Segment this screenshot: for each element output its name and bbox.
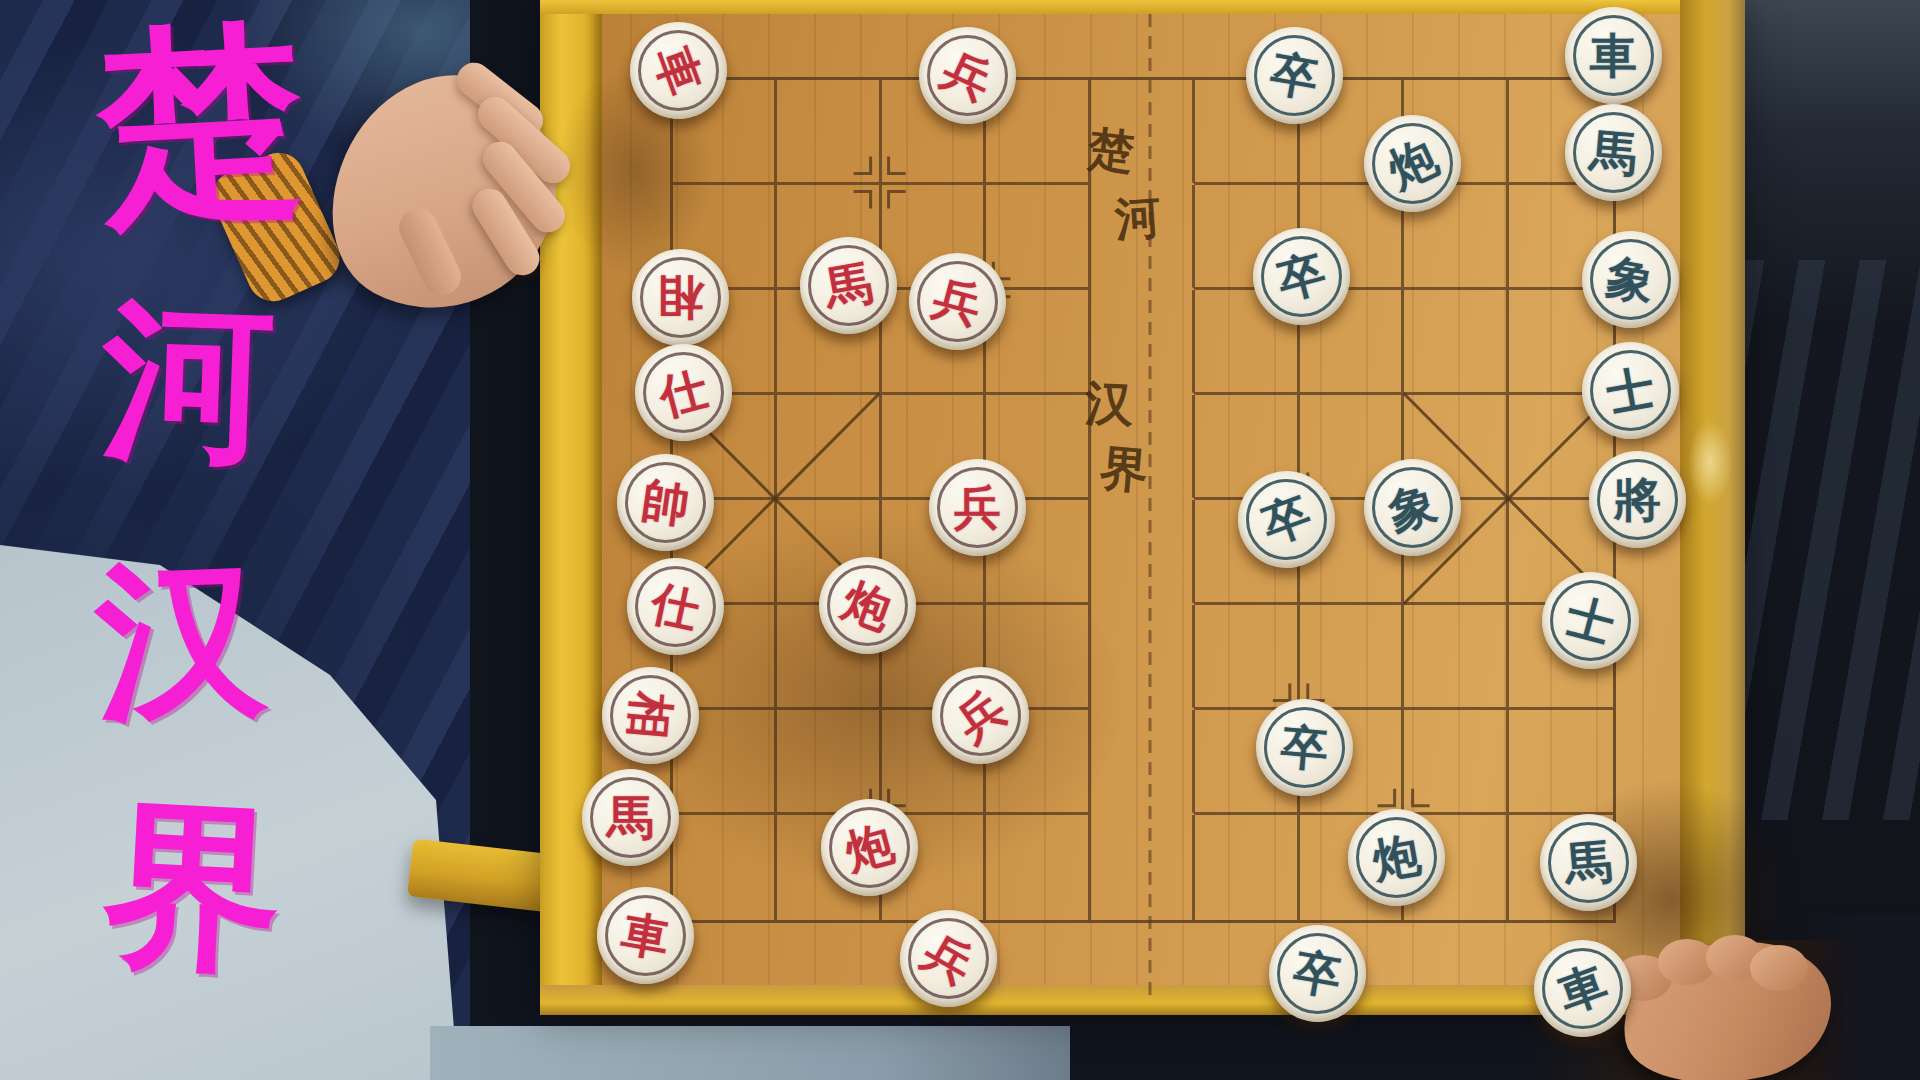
piece-red-soldier[interactable]: 兵 bbox=[919, 27, 1016, 124]
piece-black-advisor[interactable]: 士 bbox=[1582, 342, 1679, 439]
piece-black-horse[interactable]: 馬 bbox=[1565, 104, 1662, 201]
piece-black-horse[interactable]: 馬 bbox=[1540, 814, 1637, 911]
board-cell bbox=[1091, 710, 1195, 815]
hand-knuckle bbox=[1750, 945, 1808, 991]
left-player-hand bbox=[330, 5, 660, 335]
piece-red-advisor[interactable]: 仕 bbox=[627, 558, 724, 655]
piece-black-soldier[interactable]: 卒 bbox=[1253, 228, 1350, 325]
clothing-fold bbox=[1738, 260, 1920, 820]
piece-red-elephant[interactable]: 相 bbox=[602, 667, 699, 764]
watermark-char: 河 bbox=[98, 265, 278, 503]
piece-glyph: 象 bbox=[1574, 224, 1686, 336]
board-worn-spot bbox=[1688, 420, 1732, 505]
watermark-char: 楚 bbox=[91, 0, 310, 269]
board-cell bbox=[1195, 815, 1299, 920]
piece-glyph: 車 bbox=[1565, 7, 1662, 104]
piece-glyph: 卒 bbox=[1239, 19, 1351, 131]
piece-glyph: 馬 bbox=[1561, 100, 1666, 205]
piece-red-general[interactable]: 帥 bbox=[617, 454, 714, 551]
piece-glyph: 相 bbox=[632, 249, 729, 346]
piece-glyph: 相 bbox=[597, 663, 702, 768]
piece-glyph: 卒 bbox=[1262, 917, 1374, 1029]
board-cell bbox=[986, 815, 1090, 920]
piece-red-soldier[interactable]: 兵 bbox=[909, 253, 1006, 350]
piece-black-cannon[interactable]: 炮 bbox=[1364, 115, 1461, 212]
piece-red-elephant[interactable]: 相 bbox=[632, 249, 729, 346]
piece-red-soldier[interactable]: 兵 bbox=[929, 459, 1026, 556]
piece-black-cannon[interactable]: 炮 bbox=[1348, 809, 1445, 906]
piece-red-chariot[interactable]: 車 bbox=[597, 887, 694, 984]
board-cell bbox=[1404, 605, 1508, 710]
river-char: 界 bbox=[1097, 436, 1150, 504]
board-cell bbox=[1404, 710, 1508, 815]
piece-red-chariot[interactable]: 車 bbox=[630, 22, 727, 119]
piece-glyph: 車 bbox=[589, 879, 701, 991]
piece-black-advisor[interactable]: 士 bbox=[1542, 572, 1639, 669]
piece-glyph: 仕 bbox=[617, 548, 732, 663]
piece-glyph: 兵 bbox=[929, 459, 1026, 556]
board-cell bbox=[1404, 290, 1508, 395]
river-char: 汉 bbox=[1084, 371, 1134, 437]
piece-glyph: 炮 bbox=[1340, 802, 1452, 914]
piece-red-soldier[interactable]: 兵 bbox=[932, 667, 1029, 764]
board-cell bbox=[1091, 605, 1195, 710]
river-char: 楚 bbox=[1085, 118, 1137, 184]
right-player-hand bbox=[1588, 915, 1920, 1080]
board-cell bbox=[1195, 605, 1299, 710]
piece-glyph: 將 bbox=[1589, 451, 1686, 548]
piece-glyph: 馬 bbox=[582, 769, 679, 866]
watermark-char: 界 bbox=[98, 766, 288, 1015]
photo-stage: 楚河汉界 車兵相馬兵仕帥兵仕炮相兵馬炮車兵卒車炮馬卒象士卒象將士卒炮馬卒車 楚河… bbox=[0, 0, 1920, 1080]
piece-glyph: 馬 bbox=[1536, 810, 1641, 915]
piece-glyph: 帥 bbox=[610, 448, 720, 558]
piece-glyph: 士 bbox=[1574, 334, 1686, 446]
piece-red-soldier[interactable]: 兵 bbox=[900, 910, 997, 1007]
floor-strip bbox=[430, 1026, 1070, 1080]
board-cell bbox=[777, 395, 881, 500]
piece-black-soldier[interactable]: 卒 bbox=[1246, 27, 1343, 124]
piece-red-cannon[interactable]: 炮 bbox=[821, 799, 918, 896]
piece-black-chariot[interactable]: 車 bbox=[1534, 940, 1631, 1037]
xiangqi-board: 楚河汉界 車兵相馬兵仕帥兵仕炮相兵馬炮車兵卒車炮馬卒象士卒象將士卒炮馬卒車 bbox=[540, 0, 1745, 1015]
piece-red-cannon[interactable]: 炮 bbox=[819, 557, 916, 654]
board-cell bbox=[1091, 815, 1195, 920]
piece-black-chariot[interactable]: 車 bbox=[1565, 7, 1662, 104]
piece-black-general[interactable]: 將 bbox=[1589, 451, 1686, 548]
watermark-char: 汉 bbox=[92, 525, 270, 760]
board-cell bbox=[1509, 710, 1613, 815]
piece-black-soldier[interactable]: 卒 bbox=[1269, 925, 1366, 1022]
piece-glyph: 馬 bbox=[792, 230, 904, 342]
board-cell bbox=[1300, 605, 1404, 710]
piece-red-horse[interactable]: 馬 bbox=[582, 769, 679, 866]
board-cell bbox=[777, 80, 881, 185]
board-edge-right bbox=[1680, 0, 1745, 1015]
piece-black-elephant[interactable]: 象 bbox=[1582, 231, 1679, 328]
river-char: 河 bbox=[1113, 186, 1163, 251]
piece-black-elephant[interactable]: 象 bbox=[1364, 459, 1461, 556]
piece-black-soldier[interactable]: 卒 bbox=[1238, 471, 1335, 568]
piece-red-horse[interactable]: 馬 bbox=[800, 237, 897, 334]
piece-red-advisor[interactable]: 仕 bbox=[635, 344, 732, 441]
piece-black-soldier[interactable]: 卒 bbox=[1256, 699, 1353, 796]
board-cell bbox=[1091, 500, 1195, 605]
piece-glyph: 卒 bbox=[1252, 695, 1357, 800]
